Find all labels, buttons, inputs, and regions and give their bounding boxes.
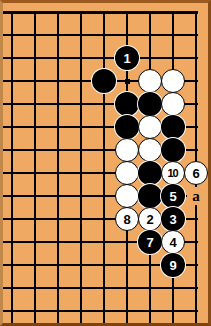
stone-R15 (138, 92, 162, 116)
stone-R11 (138, 184, 162, 208)
stone-S12: 10 (161, 161, 185, 185)
stone-number: 6 (192, 167, 199, 180)
stone-Q17: 1 (115, 46, 139, 70)
stone-T12: 6 (184, 161, 208, 185)
stone-number: 10 (167, 168, 177, 179)
stone-Q14 (115, 115, 139, 139)
stone-number: 2 (146, 213, 153, 226)
grid-hline (3, 287, 198, 289)
stone-S16 (161, 69, 185, 93)
stone-S15 (161, 92, 185, 116)
stone-number: 8 (123, 213, 130, 226)
grid-hline (3, 57, 198, 59)
stone-S11: 5 (161, 184, 185, 208)
go-diagram: 11065823749a (0, 0, 211, 326)
stone-S8: 9 (161, 253, 185, 277)
stone-Q13 (115, 138, 139, 162)
stone-Q11 (115, 184, 139, 208)
stone-R9: 7 (138, 230, 162, 254)
stone-S9: 4 (161, 230, 185, 254)
stone-number: 3 (169, 213, 176, 226)
stone-number: 4 (169, 236, 176, 249)
stone-R16 (138, 69, 162, 93)
stone-number: 7 (146, 236, 153, 249)
stone-S13 (161, 138, 185, 162)
grid-hline (3, 310, 198, 312)
stone-S14 (161, 115, 185, 139)
go-board: 11065823749a (3, 3, 208, 323)
stone-Q12 (115, 161, 139, 185)
stone-number: 1 (123, 52, 130, 65)
stone-Q15 (115, 92, 139, 116)
stone-Q10: 8 (115, 207, 139, 231)
stone-P16 (92, 69, 116, 93)
stone-number: 5 (169, 190, 176, 203)
stone-R14 (138, 115, 162, 139)
stone-R13 (138, 138, 162, 162)
board-top-edge-line (3, 11, 198, 14)
grid-hline (3, 34, 198, 36)
point-label-T11: a (187, 187, 205, 205)
star-point-Q16 (125, 79, 130, 84)
stone-S10: 3 (161, 207, 185, 231)
stone-number: 9 (169, 259, 176, 272)
stone-R10: 2 (138, 207, 162, 231)
stone-R12 (138, 161, 162, 185)
